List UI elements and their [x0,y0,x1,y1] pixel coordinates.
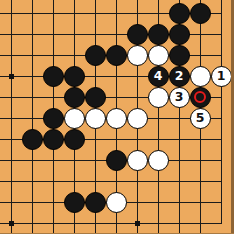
white-stone [148,45,169,66]
black-stone [127,24,148,45]
move-2-stone: 2 [169,66,190,87]
star-point [9,221,14,226]
white-stone [85,108,106,129]
black-stone [106,45,127,66]
board-bottom-shadow [0,233,234,234]
black-stone [64,66,85,87]
star-point [9,74,14,79]
grid-line-vertical [32,0,33,234]
white-stone [127,108,148,129]
black-stone [43,66,64,87]
move-number-label: 5 [196,112,205,125]
black-stone [64,129,85,150]
red-circle-marker [194,91,206,103]
black-stone [169,3,190,24]
black-stone [64,87,85,108]
white-stone [106,108,127,129]
black-stone [106,150,127,171]
move-number-label: 3 [175,91,184,104]
black-stone [85,87,106,108]
white-stone [148,150,169,171]
grid-line-horizontal [0,223,222,224]
white-stone [127,150,148,171]
black-stone [85,45,106,66]
move-5-stone: 5 [190,108,211,129]
black-stone [22,129,43,150]
grid-line-vertical [11,0,12,234]
black-stone [43,129,64,150]
black-stone [43,108,64,129]
black-stone [169,45,190,66]
go-diagram: 42135 [0,0,234,234]
white-stone [148,87,169,108]
black-stone [169,24,190,45]
star-point [135,221,140,226]
black-stone [190,3,211,24]
black-stone [64,192,85,213]
move-3-stone: 3 [169,87,190,108]
black-stone [85,192,106,213]
white-stone [64,108,85,129]
move-number-label: 4 [154,70,163,83]
move-1-stone: 1 [211,66,232,87]
grid-line-horizontal [0,181,222,182]
white-stone [106,192,127,213]
black-stone [148,24,169,45]
board-edge-shadow [231,0,234,234]
marked-black-stone [190,87,211,108]
white-stone [190,66,211,87]
move-4-stone: 4 [148,66,169,87]
move-number-label: 2 [175,70,184,83]
move-number-label: 1 [217,70,226,83]
white-stone [127,45,148,66]
